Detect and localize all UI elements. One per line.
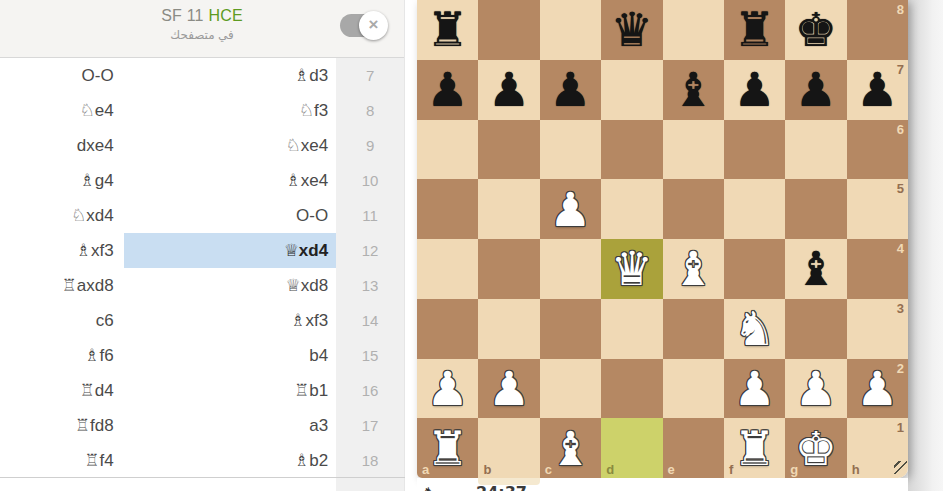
file-label-c: c [545,462,552,477]
file-label-f: f [729,462,733,477]
square-a3[interactable] [417,299,478,359]
square-h6[interactable]: 6 [847,120,908,180]
square-f6[interactable] [724,120,785,180]
move-white-16[interactable]: ♖b1 [124,373,336,408]
engine-header: SF 11 HCE في متصفحك × [0,0,404,58]
move-list: O-O♗d37♘e4♘f38dxe4♘xe49♗g4♗xe410♘xd4O-O1… [0,58,404,478]
move-row-7: O-O♗d37 [0,58,404,93]
square-a8[interactable]: ♜ [417,0,478,60]
white-knight-f3[interactable]: ♞ [724,299,785,359]
square-c3[interactable] [540,299,601,359]
square-e2[interactable] [663,359,724,419]
square-b3[interactable] [478,299,539,359]
square-a6[interactable] [417,120,478,180]
engine-badge: HCE [208,7,242,24]
white-queen-d4[interactable]: ♛ [601,239,662,299]
black-pawn-g7[interactable]: ♟ [785,60,846,120]
square-e4[interactable]: ♝ [663,239,724,299]
square-b5[interactable] [478,179,539,239]
move-white-18[interactable]: ♗b2 [124,443,336,478]
square-a2[interactable]: ♟ [417,359,478,419]
move-row-11: ♘xd4O-O11 [0,198,404,233]
move-black-12[interactable]: ♗xf3 [0,233,124,268]
black-king-g8[interactable]: ♚ [785,0,846,60]
square-h4[interactable]: 4 [847,239,908,299]
move-white-12[interactable]: ♕xd4 [124,233,336,268]
square-b7[interactable]: ♟ [478,60,539,120]
square-h8[interactable]: 8 [847,0,908,60]
rank-label-5: 5 [897,181,904,196]
move-white-15[interactable]: b4 [124,338,336,373]
black-rook-a8[interactable]: ♜ [417,0,478,60]
black-rook-f8[interactable]: ♜ [724,0,785,60]
square-e3[interactable] [663,299,724,359]
move-black-10[interactable]: ♗g4 [0,163,124,198]
square-g5[interactable] [785,179,846,239]
white-bishop-e4[interactable]: ♝ [663,239,724,299]
move-number-8: 8 [336,93,404,128]
rank-label-1: 1 [897,420,904,435]
move-black-14[interactable]: c6 [0,303,124,338]
black-pawn-a7[interactable]: ♟ [417,60,478,120]
square-h5[interactable]: 5 [847,179,908,239]
square-f2[interactable]: ♟ [724,359,785,419]
move-white-11[interactable]: O-O [124,198,336,233]
square-g6[interactable] [785,120,846,180]
square-b4[interactable] [478,239,539,299]
file-label-h: h [852,462,860,477]
rank-label-6: 6 [897,122,904,137]
square-f3[interactable]: ♞ [724,299,785,359]
file-label-e: e [668,462,675,477]
move-row-10: ♗g4♗xe410 [0,163,404,198]
analysis-panel: SF 11 HCE في متصفحك × O-O♗d37♘e4♘f38dxe4… [0,0,405,491]
square-e7[interactable]: ♝ [663,60,724,120]
square-h2[interactable]: ♟2 [847,359,908,419]
move-number-11: 11 [336,198,404,233]
square-c5[interactable]: ♟ [540,179,601,239]
square-b8[interactable] [478,0,539,60]
black-pawn-b7[interactable]: ♟ [478,60,539,120]
square-b6[interactable] [478,120,539,180]
move-black-17[interactable]: ♖fd8 [0,408,124,443]
square-e8[interactable] [663,0,724,60]
square-c7[interactable]: ♟ [540,60,601,120]
move-white-7[interactable]: ♗d3 [124,58,336,93]
square-d2[interactable] [601,359,662,419]
square-d3[interactable] [601,299,662,359]
panel-divider [0,477,405,478]
square-c2[interactable] [540,359,601,419]
move-row-18: ♖f4♗b218 [0,443,404,478]
square-c1[interactable]: ♝c [540,418,601,478]
square-c6[interactable] [540,120,601,180]
toggle-close-icon: × [359,11,388,40]
square-f7[interactable]: ♟ [724,60,785,120]
square-f8[interactable]: ♜ [724,0,785,60]
white-pawn-c5[interactable]: ♟ [540,179,601,239]
chess-board: ♜♛♜♚8♟♟♟♝♟♟♟76♟5♛♝♝4♞3♟♟♟♟♟2♜ab♝cde♜f♚g1… [417,0,908,478]
move-black-9[interactable]: dxe4 [0,128,124,163]
move-white-14[interactable]: ♗xf3 [124,303,336,338]
square-g8[interactable]: ♚ [785,0,846,60]
square-g2[interactable]: ♟ [785,359,846,419]
white-pawn-b2[interactable]: ♟ [478,359,539,419]
square-e1[interactable]: e [663,418,724,478]
white-pawn-f2[interactable]: ♟ [724,359,785,419]
square-g3[interactable] [785,299,846,359]
file-label-b: b [483,462,491,477]
square-a7[interactable]: ♟ [417,60,478,120]
move-black-15[interactable]: ♗f6 [0,338,124,373]
move-white-8[interactable]: ♘f3 [124,93,336,128]
move-black-7[interactable]: O-O [0,58,124,93]
move-white-13[interactable]: ♕xd8 [124,268,336,303]
square-c8[interactable] [540,0,601,60]
move-number-16: 16 [336,373,404,408]
black-pawn-c7[interactable]: ♟ [540,60,601,120]
black-queen-d8[interactable]: ♛ [601,0,662,60]
square-b1[interactable]: b [478,418,539,478]
square-d1[interactable]: d [601,418,662,478]
square-f4[interactable] [724,239,785,299]
move-row-16: ♖d4♖b116 [0,373,404,408]
square-a5[interactable] [417,179,478,239]
move-row-12: ♗xf3♕xd412 [0,233,404,268]
move-number-14: 14 [336,303,404,338]
square-g1[interactable]: ♚g [785,418,846,478]
move-number-13: 13 [336,268,404,303]
move-number-10: 10 [336,163,404,198]
square-d4[interactable]: ♛ [601,239,662,299]
white-pawn-g2[interactable]: ♟ [785,359,846,419]
move-row-9: dxe4♘xe49 [0,128,404,163]
black-bishop-e7[interactable]: ♝ [663,60,724,120]
square-d6[interactable] [601,120,662,180]
move-row-14: c6♗xf314 [0,303,404,338]
move-number-18: 18 [336,443,404,478]
engine-toggle[interactable]: × [340,14,384,37]
rank-label-4: 4 [897,241,904,256]
board-resize-handle[interactable] [894,461,907,474]
square-f5[interactable] [724,179,785,239]
move-number-7: 7 [336,58,404,93]
square-c4[interactable] [540,239,601,299]
move-white-9[interactable]: ♘xe4 [124,128,336,163]
square-h7[interactable]: ♟7 [847,60,908,120]
square-g4[interactable]: ♝ [785,239,846,299]
square-b2[interactable]: ♟ [478,359,539,419]
square-e6[interactable] [663,120,724,180]
move-white-17[interactable]: a3 [124,408,336,443]
rank-label-7: 7 [897,62,904,77]
move-number-12: 12 [336,233,404,268]
file-label-g: g [790,462,798,477]
engine-name-prefix: SF 11 [161,7,204,24]
move-number-9: 9 [336,128,404,163]
move-row-15: ♗f6b415 [0,338,404,373]
move-black-18[interactable]: ♖f4 [0,443,124,478]
player-piece-icon: ♞ [422,484,435,491]
move-number-15: 15 [336,338,404,373]
board-edge-fragment [478,478,540,485]
square-g7[interactable]: ♟ [785,60,846,120]
move-black-13[interactable]: ♖axd8 [0,268,124,303]
square-d5[interactable] [601,179,662,239]
rank-label-3: 3 [897,301,904,316]
square-f1[interactable]: ♜f [724,418,785,478]
black-bishop-g4[interactable]: ♝ [785,239,846,299]
square-a4[interactable] [417,239,478,299]
file-label-d: d [606,462,614,477]
page-background-shade [908,0,943,491]
white-pawn-a2[interactable]: ♟ [417,359,478,419]
square-a1[interactable]: ♜a [417,418,478,478]
move-black-8[interactable]: ♘e4 [0,93,124,128]
move-black-16[interactable]: ♖d4 [0,373,124,408]
move-row-17: ♖fd8a317 [0,408,404,443]
move-row-13: ♖axd8♕xd813 [0,268,404,303]
square-h3[interactable]: 3 [847,299,908,359]
square-e5[interactable] [663,179,724,239]
file-label-a: a [422,462,429,477]
rank-label-8: 8 [897,2,904,17]
square-d7[interactable] [601,60,662,120]
rank-label-2: 2 [897,361,904,376]
square-d8[interactable]: ♛ [601,0,662,60]
move-row-8: ♘e4♘f38 [0,93,404,128]
black-pawn-f7[interactable]: ♟ [724,60,785,120]
move-black-11[interactable]: ♘xd4 [0,198,124,233]
move-number-17: 17 [336,408,404,443]
move-white-10[interactable]: ♗xe4 [124,163,336,198]
